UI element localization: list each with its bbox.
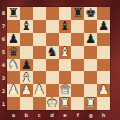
square-a8[interactable]: ♜ [7, 7, 20, 20]
rank-label-3: 3 [0, 71, 7, 84]
rank-label-5: 5 [0, 46, 7, 59]
square-e7[interactable]: ♝ [59, 20, 72, 33]
square-a1[interactable] [7, 97, 20, 110]
square-h7[interactable]: ♟ [97, 20, 110, 33]
square-e5[interactable]: ♝ [59, 46, 72, 59]
black-rook-f8[interactable]: ♜ [72, 7, 83, 20]
rank-label-6: 6 [0, 33, 7, 46]
file-label-e: e [59, 110, 72, 120]
square-b1[interactable] [20, 97, 33, 110]
square-h4[interactable] [97, 59, 110, 72]
white-rook-e1[interactable]: ♜ [59, 97, 70, 110]
black-knight-d5[interactable]: ♞ [46, 45, 57, 58]
rank-label-1: 1 [0, 97, 7, 110]
square-c2[interactable]: ♟ [33, 84, 46, 97]
white-pawn-b2[interactable]: ♟ [21, 84, 32, 97]
white-bishop-e5[interactable]: ♝ [59, 45, 70, 58]
black-bishop-e7[interactable]: ♝ [59, 20, 70, 33]
square-a4[interactable]: ♞ [7, 59, 20, 72]
black-king-g8[interactable]: ♚ [85, 7, 96, 20]
black-pawn-h7[interactable]: ♟ [98, 20, 109, 33]
white-pawn-h2[interactable]: ♟ [98, 84, 109, 97]
file-label-a: a [7, 110, 20, 120]
square-d7[interactable] [46, 20, 59, 33]
black-rook-a8[interactable]: ♜ [8, 7, 19, 20]
square-h5[interactable] [97, 46, 110, 59]
square-a2[interactable]: ♟ [7, 84, 20, 97]
square-f1[interactable] [71, 97, 84, 110]
square-d8[interactable] [46, 7, 59, 20]
white-pawn-c2[interactable]: ♟ [34, 84, 45, 97]
square-g4[interactable] [84, 59, 97, 72]
black-pawn-g6[interactable]: ♟ [85, 32, 96, 45]
square-f7[interactable] [71, 20, 84, 33]
file-labels: abcdefgh [7, 110, 110, 120]
square-f6[interactable] [71, 33, 84, 46]
square-f2[interactable] [71, 84, 84, 97]
file-label-d: d [46, 110, 59, 120]
rank-label-8: 8 [0, 7, 7, 20]
chess-board: ♜♜♚♝♝♟♟♟♛♞♝♞♟♝♟♟♟♛♟♚♜♜ [7, 7, 110, 110]
file-label-h: h [97, 110, 110, 120]
square-g8[interactable]: ♚ [84, 7, 97, 20]
square-d4[interactable] [46, 59, 59, 72]
square-c7[interactable] [33, 20, 46, 33]
rank-labels: 87654321 [0, 7, 7, 110]
square-f3[interactable] [71, 71, 84, 84]
white-knight-a4[interactable]: ♞ [8, 58, 19, 71]
square-h1[interactable] [97, 97, 110, 110]
white-king-d1[interactable]: ♚ [46, 97, 57, 110]
square-f8[interactable]: ♜ [71, 7, 84, 20]
square-d5[interactable]: ♞ [46, 46, 59, 59]
square-g3[interactable] [84, 71, 97, 84]
square-c5[interactable] [33, 46, 46, 59]
square-h6[interactable] [97, 33, 110, 46]
square-c1[interactable] [33, 97, 46, 110]
square-d3[interactable] [46, 71, 59, 84]
rank-label-4: 4 [0, 59, 7, 72]
square-c6[interactable] [33, 33, 46, 46]
white-rook-g1[interactable]: ♜ [85, 97, 96, 110]
square-b2[interactable]: ♟ [20, 84, 33, 97]
square-c8[interactable] [33, 7, 46, 20]
square-b6[interactable] [20, 33, 33, 46]
square-e4[interactable] [59, 59, 72, 72]
file-label-c: c [33, 110, 46, 120]
square-e1[interactable]: ♜ [59, 97, 72, 110]
black-bishop-b7[interactable]: ♝ [21, 20, 32, 33]
chess-diagram: 87654321 abcdefgh ♜♜♚♝♝♟♟♟♛♞♝♞♟♝♟♟♟♛♟♚♜♜ [0, 0, 120, 120]
file-label-f: f [71, 110, 84, 120]
file-label-g: g [84, 110, 97, 120]
square-d1[interactable]: ♚ [46, 97, 59, 110]
square-g6[interactable]: ♟ [84, 33, 97, 46]
rank-label-2: 2 [0, 84, 7, 97]
file-label-b: b [20, 110, 33, 120]
square-g1[interactable]: ♜ [84, 97, 97, 110]
square-f5[interactable] [71, 46, 84, 59]
square-c4[interactable] [33, 59, 46, 72]
rank-label-7: 7 [0, 20, 7, 33]
square-f4[interactable] [71, 59, 84, 72]
white-pawn-a2[interactable]: ♟ [8, 84, 19, 97]
square-g5[interactable] [84, 46, 97, 59]
square-h2[interactable]: ♟ [97, 84, 110, 97]
square-b7[interactable]: ♝ [20, 20, 33, 33]
